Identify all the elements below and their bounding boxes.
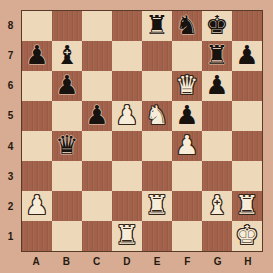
square-c8[interactable]: [82, 11, 112, 41]
square-c1[interactable]: [82, 221, 112, 251]
square-c3[interactable]: [82, 161, 112, 191]
piece-white-rook-e2[interactable]: ♜: [145, 192, 168, 218]
square-b3[interactable]: [52, 161, 82, 191]
square-g6[interactable]: ♟: [202, 71, 232, 101]
square-a3[interactable]: [22, 161, 52, 191]
square-b4[interactable]: ♛: [52, 131, 82, 161]
square-e7[interactable]: [142, 41, 172, 71]
square-h3[interactable]: [232, 161, 262, 191]
square-a8[interactable]: [22, 11, 52, 41]
piece-white-pawn-a2[interactable]: ♟: [25, 192, 48, 218]
file-label-c: C: [82, 252, 112, 271]
square-g5[interactable]: [202, 101, 232, 131]
square-a4[interactable]: [22, 131, 52, 161]
piece-black-bishop-b7[interactable]: ♝: [55, 42, 78, 68]
square-e8[interactable]: ♜: [142, 11, 172, 41]
piece-black-rook-g7[interactable]: ♜: [205, 42, 228, 68]
square-d5[interactable]: ♟: [112, 101, 142, 131]
file-label-d: D: [112, 252, 142, 271]
piece-black-pawn-b6[interactable]: ♟: [55, 72, 78, 98]
file-label-f: F: [172, 252, 202, 271]
square-c4[interactable]: [82, 131, 112, 161]
square-h4[interactable]: [232, 131, 262, 161]
square-f6[interactable]: ♛: [172, 71, 202, 101]
square-c6[interactable]: [82, 71, 112, 101]
piece-white-knight-e5[interactable]: ♞: [145, 102, 168, 128]
square-c2[interactable]: [82, 191, 112, 221]
file-label-e: E: [142, 252, 172, 271]
square-b1[interactable]: [52, 221, 82, 251]
square-e5[interactable]: ♞: [142, 101, 172, 131]
square-f2[interactable]: [172, 191, 202, 221]
square-d1[interactable]: ♜: [112, 221, 142, 251]
file-label-a: A: [21, 252, 51, 271]
square-f4[interactable]: ♟: [172, 131, 202, 161]
piece-white-queen-f6[interactable]: ♛: [175, 72, 198, 98]
square-e1[interactable]: [142, 221, 172, 251]
square-f7[interactable]: [172, 41, 202, 71]
square-g4[interactable]: [202, 131, 232, 161]
file-label-b: B: [51, 252, 81, 271]
square-a1[interactable]: [22, 221, 52, 251]
square-h8[interactable]: [232, 11, 262, 41]
rank-label-6: 6: [0, 71, 21, 101]
square-d4[interactable]: [112, 131, 142, 161]
rank-label-3: 3: [0, 161, 21, 191]
square-e4[interactable]: [142, 131, 172, 161]
piece-black-pawn-a7[interactable]: ♟: [25, 42, 48, 68]
piece-white-king-h1[interactable]: ♚: [235, 222, 258, 248]
square-b5[interactable]: [52, 101, 82, 131]
square-f5[interactable]: ♟: [172, 101, 202, 131]
piece-white-rook-h2[interactable]: ♜: [235, 192, 258, 218]
square-h1[interactable]: ♚: [232, 221, 262, 251]
rank-label-1: 1: [0, 222, 21, 252]
square-h6[interactable]: [232, 71, 262, 101]
rank-label-4: 4: [0, 131, 21, 161]
piece-white-bishop-g2[interactable]: ♝: [205, 192, 228, 218]
square-c5[interactable]: ♟: [82, 101, 112, 131]
square-d3[interactable]: [112, 161, 142, 191]
file-label-h: H: [233, 252, 263, 271]
square-g3[interactable]: [202, 161, 232, 191]
square-g8[interactable]: ♚: [202, 11, 232, 41]
rank-label-5: 5: [0, 101, 21, 131]
rank-label-7: 7: [0, 40, 21, 70]
chess-board-diagram: 87654321 ♜♞♚♟♝♜♟♟♛♟♟♟♞♟♛♟♟♜♝♜♜♚ ABCDEFGH: [0, 0, 273, 273]
square-f3[interactable]: [172, 161, 202, 191]
file-label-g: G: [203, 252, 233, 271]
piece-black-king-g8[interactable]: ♚: [205, 12, 228, 38]
square-c7[interactable]: [82, 41, 112, 71]
square-a7[interactable]: ♟: [22, 41, 52, 71]
square-e6[interactable]: [142, 71, 172, 101]
square-h5[interactable]: [232, 101, 262, 131]
square-d8[interactable]: [112, 11, 142, 41]
square-f8[interactable]: ♞: [172, 11, 202, 41]
piece-black-pawn-g6[interactable]: ♟: [205, 72, 228, 98]
piece-black-knight-f8[interactable]: ♞: [175, 12, 198, 38]
square-a5[interactable]: [22, 101, 52, 131]
file-labels: ABCDEFGH: [21, 252, 263, 271]
piece-black-queen-b4[interactable]: ♛: [55, 132, 78, 158]
piece-black-pawn-f5[interactable]: ♟: [175, 102, 198, 128]
piece-white-rook-d1[interactable]: ♜: [115, 222, 138, 248]
piece-black-pawn-h7[interactable]: ♟: [235, 42, 258, 68]
square-g7[interactable]: ♜: [202, 41, 232, 71]
board: ♜♞♚♟♝♜♟♟♛♟♟♟♞♟♛♟♟♜♝♜♜♚: [21, 10, 263, 252]
square-f1[interactable]: [172, 221, 202, 251]
piece-black-pawn-c5[interactable]: ♟: [85, 102, 108, 128]
square-e2[interactable]: ♜: [142, 191, 172, 221]
square-h2[interactable]: ♜: [232, 191, 262, 221]
square-e3[interactable]: [142, 161, 172, 191]
square-a6[interactable]: [22, 71, 52, 101]
piece-white-pawn-f4[interactable]: ♟: [175, 132, 198, 158]
piece-white-pawn-d5[interactable]: ♟: [115, 102, 138, 128]
square-b6[interactable]: ♟: [52, 71, 82, 101]
rank-label-2: 2: [0, 192, 21, 222]
square-b2[interactable]: [52, 191, 82, 221]
square-d6[interactable]: [112, 71, 142, 101]
rank-labels: 87654321: [0, 10, 21, 252]
square-a2[interactable]: ♟: [22, 191, 52, 221]
square-b7[interactable]: ♝: [52, 41, 82, 71]
square-b8[interactable]: [52, 11, 82, 41]
square-g1[interactable]: [202, 221, 232, 251]
square-h7[interactable]: ♟: [232, 41, 262, 71]
square-d7[interactable]: [112, 41, 142, 71]
piece-black-rook-e8[interactable]: ♜: [145, 12, 168, 38]
rank-label-8: 8: [0, 10, 21, 40]
square-g2[interactable]: ♝: [202, 191, 232, 221]
square-d2[interactable]: [112, 191, 142, 221]
